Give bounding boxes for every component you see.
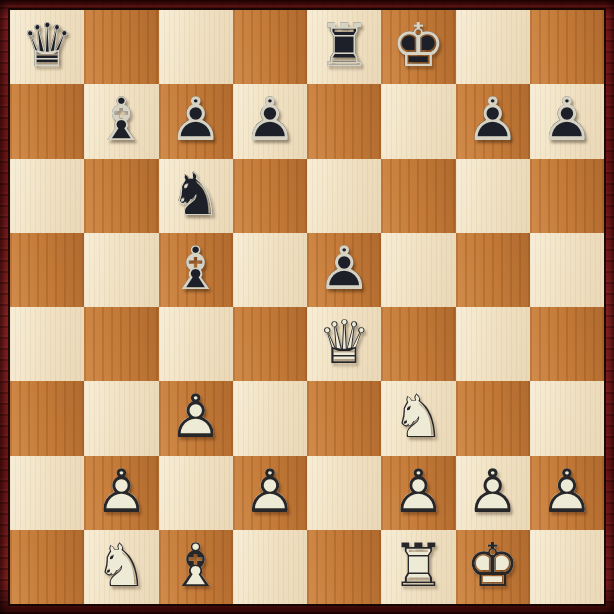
square-a6[interactable]: [10, 159, 84, 233]
piece-white-rook-f1[interactable]: ♜♖: [381, 530, 455, 604]
square-e7[interactable]: [307, 84, 381, 158]
piece-white-queen-e4[interactable]: ♛♕: [307, 307, 381, 381]
black-rook-outline: ♖: [307, 8, 381, 82]
square-a7[interactable]: [10, 84, 84, 158]
black-pawn-outline: ♙: [159, 82, 233, 156]
square-f7[interactable]: [381, 84, 455, 158]
black-pawn-outline: ♙: [307, 231, 381, 305]
board-frame: ♛♕♜♖♚♔♝♗♟♙♟♙♟♙♟♙♞♘♝♗♟♙♛♕♟♙♞♘♟♙♟♙♟♙♟♙♟♙♞♘…: [0, 0, 614, 614]
square-f4[interactable]: [381, 307, 455, 381]
piece-black-pawn-g7[interactable]: ♟♙: [456, 84, 530, 158]
piece-white-pawn-c3[interactable]: ♟♙: [159, 381, 233, 455]
square-d1[interactable]: [233, 530, 307, 604]
square-g8[interactable]: [456, 10, 530, 84]
piece-white-pawn-g2[interactable]: ♟♙: [456, 456, 530, 530]
square-d2[interactable]: ♟♙: [233, 456, 307, 530]
white-bishop-outline: ♗: [159, 528, 233, 602]
white-queen-outline: ♕: [307, 305, 381, 379]
white-knight-glyph: ♞: [381, 379, 455, 453]
square-e1[interactable]: [307, 530, 381, 604]
white-pawn-outline: ♙: [159, 379, 233, 453]
piece-white-pawn-f2[interactable]: ♟♙: [381, 456, 455, 530]
square-g4[interactable]: [456, 307, 530, 381]
piece-black-queen-a8[interactable]: ♛♕: [10, 10, 84, 84]
white-pawn-outline: ♙: [456, 454, 530, 528]
black-bishop-glyph: ♝: [159, 231, 233, 305]
square-d5[interactable]: [233, 233, 307, 307]
square-e8[interactable]: ♜♖: [307, 10, 381, 84]
square-g2[interactable]: ♟♙: [456, 456, 530, 530]
piece-black-pawn-e5[interactable]: ♟♙: [307, 233, 381, 307]
square-h7[interactable]: ♟♙: [530, 84, 604, 158]
black-queen-glyph: ♛: [10, 8, 84, 82]
white-pawn-glyph: ♟: [233, 454, 307, 528]
black-king-outline: ♔: [381, 8, 455, 82]
black-queen-outline: ♕: [10, 8, 84, 82]
square-e2[interactable]: [307, 456, 381, 530]
white-pawn-outline: ♙: [381, 454, 455, 528]
black-knight-glyph: ♞: [159, 157, 233, 231]
white-pawn-outline: ♙: [530, 454, 604, 528]
white-pawn-outline: ♙: [233, 454, 307, 528]
white-queen-glyph: ♛: [307, 305, 381, 379]
piece-black-pawn-d7[interactable]: ♟♙: [233, 84, 307, 158]
square-b7[interactable]: ♝♗: [84, 84, 158, 158]
white-bishop-glyph: ♝: [159, 528, 233, 602]
square-f8[interactable]: ♚♔: [381, 10, 455, 84]
square-f1[interactable]: ♜♖: [381, 530, 455, 604]
black-pawn-glyph: ♟: [233, 82, 307, 156]
square-c2[interactable]: [159, 456, 233, 530]
piece-white-knight-b1[interactable]: ♞♘: [84, 530, 158, 604]
square-h6[interactable]: [530, 159, 604, 233]
black-rook-glyph: ♜: [307, 8, 381, 82]
square-b2[interactable]: ♟♙: [84, 456, 158, 530]
white-king-glyph: ♚: [456, 528, 530, 602]
square-a8[interactable]: ♛♕: [10, 10, 84, 84]
square-c8[interactable]: [159, 10, 233, 84]
piece-black-king-f8[interactable]: ♚♔: [381, 10, 455, 84]
piece-black-bishop-b7[interactable]: ♝♗: [84, 84, 158, 158]
square-b8[interactable]: [84, 10, 158, 84]
square-h5[interactable]: [530, 233, 604, 307]
square-f3[interactable]: ♞♘: [381, 381, 455, 455]
white-rook-outline: ♖: [381, 528, 455, 602]
square-a4[interactable]: [10, 307, 84, 381]
square-e4[interactable]: ♛♕: [307, 307, 381, 381]
square-b1[interactable]: ♞♘: [84, 530, 158, 604]
square-b5[interactable]: [84, 233, 158, 307]
piece-white-pawn-d2[interactable]: ♟♙: [233, 456, 307, 530]
square-c1[interactable]: ♝♗: [159, 530, 233, 604]
square-a2[interactable]: [10, 456, 84, 530]
square-g7[interactable]: ♟♙: [456, 84, 530, 158]
piece-black-bishop-c5[interactable]: ♝♗: [159, 233, 233, 307]
piece-black-rook-e8[interactable]: ♜♖: [307, 10, 381, 84]
white-pawn-glyph: ♟: [381, 454, 455, 528]
square-c4[interactable]: [159, 307, 233, 381]
black-bishop-glyph: ♝: [84, 82, 158, 156]
square-h3[interactable]: [530, 381, 604, 455]
square-h4[interactable]: [530, 307, 604, 381]
square-f2[interactable]: ♟♙: [381, 456, 455, 530]
piece-white-bishop-c1[interactable]: ♝♗: [159, 530, 233, 604]
square-f6[interactable]: [381, 159, 455, 233]
white-pawn-glyph: ♟: [456, 454, 530, 528]
square-b6[interactable]: [84, 159, 158, 233]
piece-black-pawn-c7[interactable]: ♟♙: [159, 84, 233, 158]
white-knight-outline: ♘: [84, 528, 158, 602]
square-c6[interactable]: ♞♘: [159, 159, 233, 233]
black-pawn-glyph: ♟: [159, 82, 233, 156]
square-g6[interactable]: [456, 159, 530, 233]
square-d4[interactable]: [233, 307, 307, 381]
black-pawn-glyph: ♟: [530, 82, 604, 156]
white-pawn-outline: ♙: [84, 454, 158, 528]
black-pawn-outline: ♙: [233, 82, 307, 156]
black-knight-outline: ♘: [159, 157, 233, 231]
square-b3[interactable]: [84, 381, 158, 455]
black-king-glyph: ♚: [381, 8, 455, 82]
black-pawn-outline: ♙: [530, 82, 604, 156]
square-g3[interactable]: [456, 381, 530, 455]
piece-white-king-g1[interactable]: ♚♔: [456, 530, 530, 604]
square-h8[interactable]: [530, 10, 604, 84]
piece-white-pawn-b2[interactable]: ♟♙: [84, 456, 158, 530]
square-f5[interactable]: [381, 233, 455, 307]
black-pawn-outline: ♙: [456, 82, 530, 156]
square-h1[interactable]: [530, 530, 604, 604]
square-c7[interactable]: ♟♙: [159, 84, 233, 158]
black-bishop-outline: ♗: [84, 82, 158, 156]
black-pawn-glyph: ♟: [307, 231, 381, 305]
piece-white-knight-f3[interactable]: ♞♘: [381, 381, 455, 455]
square-d3[interactable]: [233, 381, 307, 455]
piece-black-knight-c6[interactable]: ♞♘: [159, 159, 233, 233]
piece-black-pawn-h7[interactable]: ♟♙: [530, 84, 604, 158]
white-king-outline: ♔: [456, 528, 530, 602]
square-c5[interactable]: ♝♗: [159, 233, 233, 307]
white-pawn-glyph: ♟: [84, 454, 158, 528]
square-g1[interactable]: ♚♔: [456, 530, 530, 604]
square-e3[interactable]: [307, 381, 381, 455]
white-pawn-glyph: ♟: [530, 454, 604, 528]
black-pawn-glyph: ♟: [456, 82, 530, 156]
square-d6[interactable]: [233, 159, 307, 233]
square-a1[interactable]: [10, 530, 84, 604]
square-a3[interactable]: [10, 381, 84, 455]
black-bishop-outline: ♗: [159, 231, 233, 305]
square-c3[interactable]: ♟♙: [159, 381, 233, 455]
square-h2[interactable]: ♟♙: [530, 456, 604, 530]
white-pawn-glyph: ♟: [159, 379, 233, 453]
square-g5[interactable]: [456, 233, 530, 307]
square-d8[interactable]: [233, 10, 307, 84]
white-knight-glyph: ♞: [84, 528, 158, 602]
square-e5[interactable]: ♟♙: [307, 233, 381, 307]
square-b4[interactable]: [84, 307, 158, 381]
square-d7[interactable]: ♟♙: [233, 84, 307, 158]
white-knight-outline: ♘: [381, 379, 455, 453]
square-a5[interactable]: [10, 233, 84, 307]
chess-board: ♛♕♜♖♚♔♝♗♟♙♟♙♟♙♟♙♞♘♝♗♟♙♛♕♟♙♞♘♟♙♟♙♟♙♟♙♟♙♞♘…: [10, 10, 604, 604]
white-rook-glyph: ♜: [381, 528, 455, 602]
square-e6[interactable]: [307, 159, 381, 233]
piece-white-pawn-h2[interactable]: ♟♙: [530, 456, 604, 530]
